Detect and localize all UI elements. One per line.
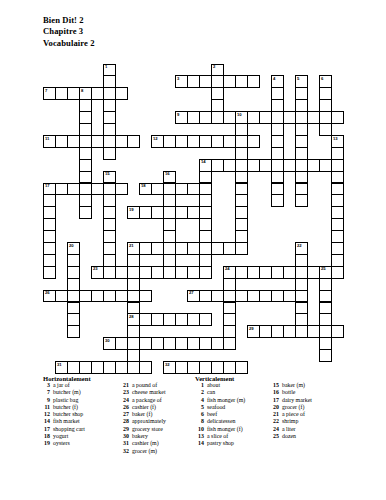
grid-cell-r24c23[interactable] bbox=[319, 349, 332, 362]
clue-number: 28 bbox=[115, 418, 129, 425]
clue-across-31: 31cashier (m) bbox=[115, 440, 166, 447]
clue-number: 12 bbox=[36, 411, 50, 418]
clue-number: 8 bbox=[190, 418, 204, 425]
clue-text: can bbox=[207, 389, 215, 396]
clue-number: 18 bbox=[36, 433, 50, 440]
grid-cell-r2c6[interactable] bbox=[115, 87, 128, 100]
clue-text: grocer (m) bbox=[132, 448, 157, 455]
clue-text: baker (m) bbox=[282, 382, 305, 389]
clue-text: bakery bbox=[132, 433, 148, 440]
clue-text: about bbox=[207, 382, 220, 389]
clue-number: 21 bbox=[115, 382, 129, 389]
crossword-grid: 1234567891011121314151617181920212223242… bbox=[0, 0, 386, 386]
clue-text: a jar of bbox=[53, 382, 70, 389]
grid-cell-r4c24[interactable] bbox=[331, 111, 344, 124]
clue-number: 14 bbox=[36, 418, 50, 425]
clue-number: 7 bbox=[36, 389, 50, 396]
clue-text: pastry shop bbox=[207, 440, 234, 447]
clue-down-14: 14pastry shop bbox=[190, 440, 245, 447]
grid-cell-r6c17[interactable] bbox=[247, 135, 260, 148]
clue-down-1: 1about bbox=[190, 382, 245, 389]
clue-number: 15 bbox=[265, 382, 279, 389]
clue-down-5: 5seafood bbox=[190, 404, 245, 411]
clue-down-20: 20grocer (f) bbox=[265, 404, 312, 411]
clue-down-24: 24a liter bbox=[265, 426, 312, 433]
clue-number: 16 bbox=[265, 389, 279, 396]
clue-text: bottle bbox=[282, 389, 295, 396]
grid-cell-r15c16[interactable] bbox=[235, 242, 248, 255]
clue-across-30: 30bakery bbox=[115, 433, 166, 440]
clue-down-16: 16bottle bbox=[265, 389, 312, 396]
clue-number: 24 bbox=[115, 397, 129, 404]
clue-across-19: 19oysters bbox=[36, 440, 85, 447]
clue-text: plastic bag bbox=[53, 397, 78, 404]
clue-text: cashier (f) bbox=[132, 404, 156, 411]
grid-cell-r22c2[interactable] bbox=[67, 325, 80, 338]
clue-text: fish monger (f) bbox=[207, 426, 243, 433]
clue-number: 14 bbox=[190, 440, 204, 447]
clue-number: 11 bbox=[36, 404, 50, 411]
clue-number: 25 bbox=[265, 433, 279, 440]
grid-cell-r11c21[interactable] bbox=[295, 194, 308, 207]
clue-text: a pound of bbox=[132, 382, 157, 389]
clue-text: yogurt bbox=[53, 433, 68, 440]
clue-number: 1 bbox=[190, 382, 204, 389]
clue-text: shrimp bbox=[282, 418, 298, 425]
grid-cell-r21c13[interactable] bbox=[199, 313, 212, 326]
clue-number: 27 bbox=[115, 411, 129, 418]
crossword-worksheet-page: { "game": "crossword", "title": { "line1… bbox=[0, 0, 386, 500]
grid-cell-r19c8[interactable] bbox=[139, 290, 152, 303]
clue-across-14: 14fish market bbox=[36, 418, 85, 425]
clue-number: 20 bbox=[265, 404, 279, 411]
clue-number: 17 bbox=[265, 397, 279, 404]
clue-across-26: 26cashier (f) bbox=[115, 404, 166, 411]
clue-text: grocery store bbox=[132, 426, 163, 433]
clue-across-17: 17shopping cart bbox=[36, 426, 85, 433]
clue-text: butcher shop bbox=[53, 411, 83, 418]
clue-down-2: 2can bbox=[190, 389, 245, 396]
clue-across-23: 23cheese market bbox=[115, 389, 166, 396]
clue-number: 13 bbox=[190, 433, 204, 440]
grid-cell-r23c15[interactable] bbox=[223, 337, 236, 350]
clue-across-28: 28approximately bbox=[115, 418, 166, 425]
clue-text: beef bbox=[207, 411, 217, 418]
clue-number: 6 bbox=[190, 411, 204, 418]
clue-text: fish monger (m) bbox=[207, 397, 245, 404]
clue-text: dozen bbox=[282, 433, 296, 440]
clue-across-32: 32grocer (m) bbox=[115, 448, 166, 455]
clue-text: cheese market bbox=[132, 389, 166, 396]
clue-down-10: 10fish monger (f) bbox=[190, 426, 245, 433]
clue-number: 9 bbox=[36, 397, 50, 404]
down-clues-header: Verticalement bbox=[195, 375, 234, 382]
clue-number: 2 bbox=[190, 389, 204, 396]
clue-number: 29 bbox=[115, 426, 129, 433]
clue-number: 32 bbox=[115, 448, 129, 455]
clue-text: a slice of bbox=[207, 433, 228, 440]
clue-text: a liter bbox=[282, 426, 296, 433]
clue-number: 22 bbox=[265, 418, 279, 425]
grid-cell-r11c19[interactable] bbox=[271, 194, 284, 207]
clue-across-21: 21a pound of bbox=[115, 382, 166, 389]
clue-text: oysters bbox=[53, 440, 70, 447]
across-clues-column-2: 21a pound of23cheese market24a package o… bbox=[115, 382, 166, 455]
across-clues-column-1: 3a jar of7butcher (m)9plastic bag11butch… bbox=[36, 382, 85, 448]
clue-text: delicatessen bbox=[207, 418, 235, 425]
clue-text: a piece of bbox=[282, 411, 305, 418]
down-clues-column-1: 1about2can4fish monger (m)5seafood6beef8… bbox=[190, 382, 245, 448]
grid-cell-r17c24[interactable] bbox=[331, 266, 344, 279]
grid-cell-r17c13[interactable] bbox=[199, 266, 212, 279]
clue-number: 23 bbox=[115, 389, 129, 396]
clue-across-27: 27baker (f) bbox=[115, 411, 166, 418]
clue-text: seafood bbox=[207, 404, 225, 411]
clue-number: 3 bbox=[36, 382, 50, 389]
grid-cell-r22c24[interactable] bbox=[331, 325, 344, 338]
clue-text: shopping cart bbox=[53, 426, 85, 433]
clue-number: 5 bbox=[190, 404, 204, 411]
clue-number: 24 bbox=[265, 426, 279, 433]
clue-across-18: 18yogurt bbox=[36, 433, 85, 440]
clue-down-21: 21a piece of bbox=[265, 411, 312, 418]
clue-text: baker (f) bbox=[132, 411, 152, 418]
clue-number: 17 bbox=[36, 426, 50, 433]
clue-number: 19 bbox=[36, 440, 50, 447]
grid-cell-r25c8[interactable] bbox=[139, 361, 152, 374]
clue-text: approximately bbox=[132, 418, 166, 425]
clue-number: 30 bbox=[115, 433, 129, 440]
clue-text: butcher (f) bbox=[53, 404, 78, 411]
clue-down-13: 13a slice of bbox=[190, 433, 245, 440]
clue-across-24: 24a package of bbox=[115, 397, 166, 404]
across-clues-header: Horizontalement bbox=[43, 375, 91, 382]
clue-down-15: 15baker (m) bbox=[265, 382, 312, 389]
clue-number: 21 bbox=[265, 411, 279, 418]
clue-across-29: 29grocery store bbox=[115, 426, 166, 433]
grid-cell-r7c5[interactable] bbox=[103, 147, 116, 160]
grid-cell-r25c16[interactable] bbox=[235, 361, 248, 374]
grid-cell-r6c7[interactable] bbox=[127, 135, 140, 148]
clue-down-25: 25dozen bbox=[265, 433, 312, 440]
clue-text: fish market bbox=[53, 418, 80, 425]
clue-down-6: 6beef bbox=[190, 411, 245, 418]
clue-text: butcher (m) bbox=[53, 389, 81, 396]
clue-across-7: 7butcher (m) bbox=[36, 389, 85, 396]
clue-across-3: 3a jar of bbox=[36, 382, 85, 389]
grid-cell-r17c0[interactable] bbox=[43, 266, 56, 279]
clue-across-9: 9plastic bag bbox=[36, 397, 85, 404]
clue-number: 4 bbox=[190, 397, 204, 404]
clue-number: 26 bbox=[115, 404, 129, 411]
clue-number: 31 bbox=[115, 440, 129, 447]
grid-cell-r12c3[interactable] bbox=[79, 206, 92, 219]
clue-text: cashier (m) bbox=[132, 440, 159, 447]
clue-text: dairy market bbox=[282, 397, 312, 404]
clue-down-22: 22shrimp bbox=[265, 418, 312, 425]
clue-across-12: 12butcher shop bbox=[36, 411, 85, 418]
clue-down-4: 4fish monger (m) bbox=[190, 397, 245, 404]
grid-cell-r10c6[interactable] bbox=[115, 183, 128, 196]
clue-text: a package of bbox=[132, 397, 162, 404]
clue-down-8: 8delicatessen bbox=[190, 418, 245, 425]
clue-down-17: 17dairy market bbox=[265, 397, 312, 404]
clue-across-11: 11butcher (f) bbox=[36, 404, 85, 411]
clue-number: 10 bbox=[190, 426, 204, 433]
down-clues-column-2: 15baker (m)16bottle17dairy market20groce… bbox=[265, 382, 312, 440]
clue-text: grocer (f) bbox=[282, 404, 304, 411]
grid-cell-r1c17[interactable] bbox=[247, 75, 260, 88]
